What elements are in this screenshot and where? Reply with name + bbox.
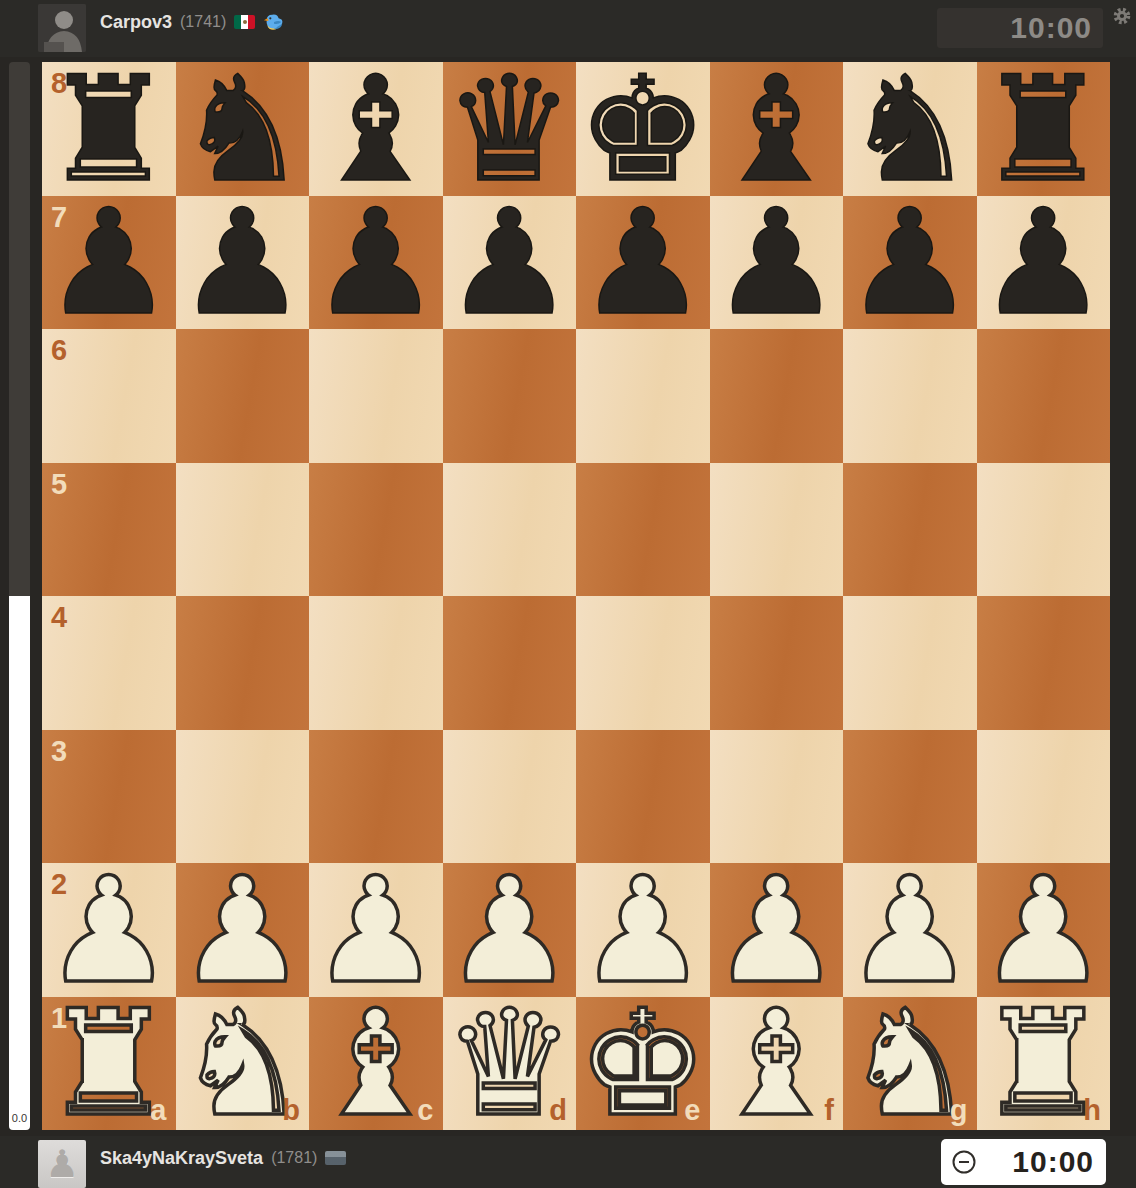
square-d7[interactable]: ♟︎ <box>443 196 577 330</box>
square-g1[interactable]: g♞︎ <box>843 997 977 1131</box>
square-a1[interactable]: 1a♜︎ <box>42 997 176 1131</box>
square-c7[interactable]: ♟︎ <box>309 196 443 330</box>
square-e1[interactable]: e♚︎ <box>576 997 710 1131</box>
square-d3[interactable] <box>443 730 577 864</box>
bottom-player-rating: (1781) <box>271 1149 317 1167</box>
square-g4[interactable] <box>843 596 977 730</box>
piece-black-bishop[interactable]: ♝︎ <box>309 62 443 196</box>
rank-label-5: 5 <box>51 468 67 501</box>
gear-icon[interactable] <box>1112 6 1132 26</box>
square-g7[interactable]: ♟︎ <box>843 196 977 330</box>
square-e8[interactable]: ♚︎ <box>576 62 710 196</box>
square-e3[interactable] <box>576 730 710 864</box>
bottom-player-name[interactable]: Ska4yNaKraySveta <box>100 1148 263 1169</box>
file-label-a: a <box>150 1094 166 1127</box>
rank-label-8: 8 <box>51 67 67 100</box>
square-f8[interactable]: ♝︎ <box>710 62 844 196</box>
square-b7[interactable]: ♟︎ <box>176 196 310 330</box>
file-label-d: d <box>549 1094 567 1127</box>
square-b2[interactable]: ♟︎ <box>176 863 310 997</box>
square-f5[interactable] <box>710 463 844 597</box>
square-d5[interactable] <box>443 463 577 597</box>
file-label-f: f <box>824 1094 834 1127</box>
file-label-g: g <box>950 1094 968 1127</box>
square-a6[interactable]: 6 <box>42 329 176 463</box>
piece-white-pawn[interactable]: ♟︎ <box>843 863 977 997</box>
square-b8[interactable]: ♞︎ <box>176 62 310 196</box>
square-b6[interactable] <box>176 329 310 463</box>
piece-white-pawn[interactable]: ♟︎ <box>443 863 577 997</box>
piece-black-bishop[interactable]: ♝︎ <box>710 62 844 196</box>
square-c6[interactable] <box>309 329 443 463</box>
piece-white-pawn[interactable]: ♟︎ <box>176 863 310 997</box>
square-e7[interactable]: ♟︎ <box>576 196 710 330</box>
square-b1[interactable]: b♞︎ <box>176 997 310 1131</box>
square-f1[interactable]: f♝︎ <box>710 997 844 1131</box>
square-b5[interactable] <box>176 463 310 597</box>
file-label-c: c <box>417 1094 433 1127</box>
square-c2[interactable]: ♟︎ <box>309 863 443 997</box>
square-b4[interactable] <box>176 596 310 730</box>
square-d1[interactable]: d♛︎ <box>443 997 577 1131</box>
evaluation-score: 0.0 <box>9 1112 30 1124</box>
square-h1[interactable]: h♜︎ <box>977 997 1111 1131</box>
piece-black-king[interactable]: ♚︎ <box>576 62 710 196</box>
piece-black-pawn[interactable]: ♟︎ <box>710 196 844 330</box>
square-a4[interactable]: 4 <box>42 596 176 730</box>
piece-white-pawn[interactable]: ♟︎ <box>977 863 1111 997</box>
piece-white-pawn[interactable]: ♟︎ <box>710 863 844 997</box>
piece-black-pawn[interactable]: ♟︎ <box>977 196 1111 330</box>
piece-black-pawn[interactable]: ♟︎ <box>443 196 577 330</box>
square-a8[interactable]: 8♜︎ <box>42 62 176 196</box>
piece-black-pawn[interactable]: ♟︎ <box>843 196 977 330</box>
square-d4[interactable] <box>443 596 577 730</box>
square-h2[interactable]: ♟︎ <box>977 863 1111 997</box>
piece-black-rook[interactable]: ♜︎ <box>977 62 1111 196</box>
square-g6[interactable] <box>843 329 977 463</box>
piece-black-knight[interactable]: ♞︎ <box>843 62 977 196</box>
square-f4[interactable] <box>710 596 844 730</box>
top-player-rating: (1741) <box>180 13 226 31</box>
piece-white-bishop[interactable]: ♝︎ <box>710 997 844 1131</box>
rank-label-7: 7 <box>51 201 67 234</box>
piece-black-knight[interactable]: ♞︎ <box>176 62 310 196</box>
chess-game-screen: { "game": "chess", "position": "rnbqkbnr… <box>0 0 1136 1188</box>
square-h6[interactable] <box>977 329 1111 463</box>
square-g3[interactable] <box>843 730 977 864</box>
square-c4[interactable] <box>309 596 443 730</box>
square-h8[interactable]: ♜︎ <box>977 62 1111 196</box>
square-g2[interactable]: ♟︎ <box>843 863 977 997</box>
piece-black-queen[interactable]: ♛︎ <box>443 62 577 196</box>
square-h3[interactable] <box>977 730 1111 864</box>
square-h5[interactable] <box>977 463 1111 597</box>
top-player-name[interactable]: Carpov3 <box>100 12 172 33</box>
square-f7[interactable]: ♟︎ <box>710 196 844 330</box>
evaluation-white-half <box>9 596 30 1130</box>
square-f3[interactable] <box>710 730 844 864</box>
piece-white-pawn[interactable]: ♟︎ <box>576 863 710 997</box>
square-h7[interactable]: ♟︎ <box>977 196 1111 330</box>
evaluation-bar: 0.0 <box>9 62 30 1130</box>
square-g5[interactable] <box>843 463 977 597</box>
piece-white-pawn[interactable]: ♟︎ <box>309 863 443 997</box>
bottom-player-time: 10:00 <box>977 1145 1094 1179</box>
square-a7[interactable]: 7♟︎ <box>42 196 176 330</box>
file-label-e: e <box>684 1094 700 1127</box>
rank-label-2: 2 <box>51 868 67 901</box>
square-b3[interactable] <box>176 730 310 864</box>
piece-black-pawn[interactable]: ♟︎ <box>176 196 310 330</box>
rank-label-1: 1 <box>51 1002 67 1035</box>
top-player-clock: 10:00 <box>937 8 1103 48</box>
twitter-icon <box>263 11 285 33</box>
square-e6[interactable] <box>576 329 710 463</box>
square-e2[interactable]: ♟︎ <box>576 863 710 997</box>
square-c3[interactable] <box>309 730 443 864</box>
square-c5[interactable] <box>309 463 443 597</box>
square-a3[interactable]: 3 <box>42 730 176 864</box>
square-f2[interactable]: ♟︎ <box>710 863 844 997</box>
mexico-flag-icon <box>234 15 255 29</box>
square-h4[interactable] <box>977 596 1111 730</box>
square-e4[interactable] <box>576 596 710 730</box>
square-e5[interactable] <box>576 463 710 597</box>
chess-board: 8♜︎♞︎♝︎♛︎♚︎♝︎♞︎♜︎7♟︎♟︎♟︎♟︎♟︎♟︎♟︎♟︎65432♟… <box>42 62 1110 1130</box>
square-c1[interactable]: c♝︎ <box>309 997 443 1131</box>
square-d8[interactable]: ♛︎ <box>443 62 577 196</box>
square-a5[interactable]: 5 <box>42 463 176 597</box>
square-a2[interactable]: 2♟︎ <box>42 863 176 997</box>
square-g8[interactable]: ♞︎ <box>843 62 977 196</box>
file-label-b: b <box>282 1094 300 1127</box>
file-label-h: h <box>1083 1094 1101 1127</box>
piece-black-pawn[interactable]: ♟︎ <box>309 196 443 330</box>
square-d6[interactable] <box>443 329 577 463</box>
minus-circle-icon <box>951 1149 977 1175</box>
rank-label-6: 6 <box>51 334 67 367</box>
gray-flag-icon <box>325 1151 346 1165</box>
rank-label-3: 3 <box>51 735 67 768</box>
rank-label-4: 4 <box>51 601 67 634</box>
square-c8[interactable]: ♝︎ <box>309 62 443 196</box>
piece-black-pawn[interactable]: ♟︎ <box>576 196 710 330</box>
square-d2[interactable]: ♟︎ <box>443 863 577 997</box>
square-f6[interactable] <box>710 329 844 463</box>
